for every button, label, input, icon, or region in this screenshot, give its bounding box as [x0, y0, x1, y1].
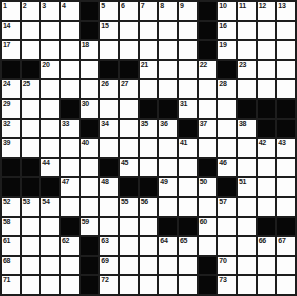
clue-number-50: 50: [200, 178, 207, 186]
cell-r4c15[interactable]: [277, 61, 295, 79]
cell-r12c6[interactable]: [100, 218, 118, 236]
cell-r3c3[interactable]: [41, 41, 59, 59]
clue-number-29: 29: [3, 100, 10, 108]
clue-number-44: 44: [42, 159, 49, 167]
clue-number-4: 4: [62, 2, 66, 10]
cell-r12c3[interactable]: [41, 218, 59, 236]
clue-number-59: 59: [82, 218, 89, 226]
cell-r15c7[interactable]: [120, 276, 138, 294]
cell-r8c9[interactable]: [159, 139, 177, 157]
cell-r14c13[interactable]: [238, 257, 256, 275]
cell-r6c1[interactable]: 29: [2, 100, 20, 118]
cell-r8c2[interactable]: [22, 139, 40, 157]
cell-r5c5[interactable]: [81, 80, 99, 98]
cell-r9c9[interactable]: [159, 159, 177, 177]
clue-number-47: 47: [62, 178, 69, 186]
black-cell-r7c15: [277, 120, 295, 138]
clue-number-46: 46: [219, 159, 226, 167]
cell-r12c8[interactable]: [140, 218, 158, 236]
cell-r8c13[interactable]: [238, 139, 256, 157]
black-cell-r9c2: [22, 159, 40, 177]
cell-r4c14[interactable]: [258, 61, 276, 79]
cell-r3c5[interactable]: 18: [81, 41, 99, 59]
cell-r7c11[interactable]: 37: [199, 120, 217, 138]
clue-number-67: 67: [278, 237, 285, 245]
black-cell-r6c14: [258, 100, 276, 118]
cell-r10c13[interactable]: 51: [238, 178, 256, 196]
cell-r7c9[interactable]: 36: [159, 120, 177, 138]
clue-number-8: 8: [160, 2, 164, 10]
cell-r12c7[interactable]: [120, 218, 138, 236]
cell-r2c1[interactable]: 14: [2, 22, 20, 40]
black-cell-r12c14: [258, 218, 276, 236]
cell-r4c13[interactable]: 23: [238, 61, 256, 79]
cell-r7c4[interactable]: 33: [61, 120, 79, 138]
cell-r13c2[interactable]: [22, 237, 40, 255]
cell-r2c15[interactable]: [277, 22, 295, 40]
clue-number-56: 56: [141, 198, 148, 206]
cell-r4c8[interactable]: 21: [140, 61, 158, 79]
black-cell-r6c8: [140, 100, 158, 118]
cell-r9c10[interactable]: [179, 159, 197, 177]
cell-r14c14[interactable]: [258, 257, 276, 275]
clue-number-73: 73: [219, 276, 226, 284]
clue-number-66: 66: [259, 237, 266, 245]
cell-r6c12[interactable]: [218, 100, 236, 118]
cell-r7c8[interactable]: 35: [140, 120, 158, 138]
cell-r11c5[interactable]: [81, 198, 99, 216]
clue-number-60: 60: [200, 218, 207, 226]
cell-r1c8[interactable]: 7: [140, 2, 158, 20]
cell-r2c12[interactable]: 16: [218, 22, 236, 40]
cell-r7c7[interactable]: [120, 120, 138, 138]
cell-r13c7[interactable]: [120, 237, 138, 255]
cell-r3c12[interactable]: 19: [218, 41, 236, 59]
cell-r15c8[interactable]: [140, 276, 158, 294]
black-cell-r6c13: [238, 100, 256, 118]
clue-number-68: 68: [3, 257, 10, 265]
clue-number-63: 63: [101, 237, 108, 245]
cell-r9c5[interactable]: [81, 159, 99, 177]
cell-r14c1[interactable]: 68: [2, 257, 20, 275]
cell-r4c10[interactable]: [179, 61, 197, 79]
black-cell-r4c7: [120, 61, 138, 79]
cell-r8c10[interactable]: 41: [179, 139, 197, 157]
cell-r5c1[interactable]: 24: [2, 80, 20, 98]
cell-r11c11[interactable]: [199, 198, 217, 216]
cell-r11c4[interactable]: [61, 198, 79, 216]
clue-number-14: 14: [3, 22, 10, 30]
cell-r3c4[interactable]: [61, 41, 79, 59]
cell-r6c3[interactable]: [41, 100, 59, 118]
cell-r2c14[interactable]: [258, 22, 276, 40]
black-cell-r10c8: [140, 178, 158, 196]
clue-number-20: 20: [42, 61, 49, 69]
cell-r3c13[interactable]: [238, 41, 256, 59]
cell-r13c10[interactable]: 65: [179, 237, 197, 255]
clue-number-64: 64: [160, 237, 167, 245]
cell-r14c4[interactable]: [61, 257, 79, 275]
cell-r9c8[interactable]: [140, 159, 158, 177]
cell-r8c6[interactable]: [100, 139, 118, 157]
cell-r8c14[interactable]: 42: [258, 139, 276, 157]
black-cell-r14c5: [81, 257, 99, 275]
cell-r11c9[interactable]: [159, 198, 177, 216]
cell-r10c4[interactable]: 47: [61, 178, 79, 196]
cell-r5c4[interactable]: [61, 80, 79, 98]
clue-number-12: 12: [259, 2, 266, 10]
clue-number-21: 21: [141, 61, 148, 69]
clue-number-15: 15: [101, 22, 108, 30]
cell-r12c13[interactable]: [238, 218, 256, 236]
cell-r7c12[interactable]: [218, 120, 236, 138]
black-cell-r12c15: [277, 218, 295, 236]
cell-r2c3[interactable]: [41, 22, 59, 40]
cell-r13c13[interactable]: [238, 237, 256, 255]
cell-r13c11[interactable]: [199, 237, 217, 255]
cell-r10c15[interactable]: [277, 178, 295, 196]
black-cell-r12c10: [179, 218, 197, 236]
cell-r10c6[interactable]: 48: [100, 178, 118, 196]
cell-r7c13[interactable]: 38: [238, 120, 256, 138]
clue-number-36: 36: [160, 120, 167, 128]
cell-r6c7[interactable]: [120, 100, 138, 118]
cell-r12c12[interactable]: [218, 218, 236, 236]
cell-r3c8[interactable]: [140, 41, 158, 59]
cell-r14c6[interactable]: 69: [100, 257, 118, 275]
cell-r5c11[interactable]: [199, 80, 217, 98]
cell-r8c15[interactable]: 43: [277, 139, 295, 157]
clue-number-19: 19: [219, 41, 226, 49]
cell-r5c7[interactable]: 27: [120, 80, 138, 98]
cell-r8c11[interactable]: [199, 139, 217, 157]
cell-r2c8[interactable]: [140, 22, 158, 40]
black-cell-r15c11: [199, 276, 217, 294]
cell-r15c15[interactable]: [277, 276, 295, 294]
cell-r11c7[interactable]: 55: [120, 198, 138, 216]
black-cell-r4c2: [22, 61, 40, 79]
cell-r8c5[interactable]: 40: [81, 139, 99, 157]
clue-number-71: 71: [3, 276, 10, 284]
black-cell-r10c1: [2, 178, 20, 196]
cell-r3c15[interactable]: [277, 41, 295, 59]
cell-r2c2[interactable]: [22, 22, 40, 40]
clue-number-39: 39: [3, 139, 10, 147]
cell-r1c3[interactable]: 3: [41, 2, 59, 20]
clue-number-11: 11: [239, 2, 246, 10]
clue-number-37: 37: [200, 120, 207, 128]
cell-r11c13[interactable]: [238, 198, 256, 216]
clue-number-24: 24: [3, 80, 10, 88]
clue-number-41: 41: [180, 139, 187, 147]
cell-r1c1[interactable]: 1: [2, 2, 20, 20]
cell-r11c15[interactable]: [277, 198, 295, 216]
black-cell-r2c11: [199, 22, 217, 40]
clue-number-2: 2: [23, 2, 27, 10]
clue-number-30: 30: [82, 100, 89, 108]
clue-number-16: 16: [219, 22, 226, 30]
cell-r15c9[interactable]: [159, 276, 177, 294]
cell-r1c7[interactable]: 6: [120, 2, 138, 20]
clue-number-28: 28: [219, 80, 226, 88]
cell-r14c7[interactable]: [120, 257, 138, 275]
clue-number-62: 62: [62, 237, 69, 245]
clue-number-43: 43: [278, 139, 285, 147]
black-cell-r10c3: [41, 178, 59, 196]
cell-r9c14[interactable]: [258, 159, 276, 177]
cell-r14c15[interactable]: [277, 257, 295, 275]
clue-number-9: 9: [180, 2, 184, 10]
clue-number-31: 31: [180, 100, 187, 108]
black-cell-r4c12: [218, 61, 236, 79]
cell-r14c10[interactable]: [179, 257, 197, 275]
cell-r15c3[interactable]: [41, 276, 59, 294]
cell-r8c1[interactable]: 39: [2, 139, 20, 157]
clue-number-6: 6: [121, 2, 125, 10]
cell-r10c14[interactable]: [258, 178, 276, 196]
cell-r5c2[interactable]: 25: [22, 80, 40, 98]
black-cell-r10c12: [218, 178, 236, 196]
black-cell-r10c2: [22, 178, 40, 196]
cell-r12c2[interactable]: [22, 218, 40, 236]
cell-r1c12[interactable]: 10: [218, 2, 236, 20]
cell-r1c14[interactable]: 12: [258, 2, 276, 20]
cell-r13c9[interactable]: 64: [159, 237, 177, 255]
cell-r3c1[interactable]: 17: [2, 41, 20, 59]
cell-r15c14[interactable]: [258, 276, 276, 294]
clue-number-3: 3: [42, 2, 46, 10]
cell-r7c2[interactable]: [22, 120, 40, 138]
black-cell-r9c6: [100, 159, 118, 177]
clue-number-65: 65: [180, 237, 187, 245]
cell-r1c4[interactable]: 4: [61, 2, 79, 20]
cell-r3c9[interactable]: [159, 41, 177, 59]
clue-number-33: 33: [62, 120, 69, 128]
cell-r6c5[interactable]: 30: [81, 100, 99, 118]
cell-r14c9[interactable]: [159, 257, 177, 275]
clue-number-10: 10: [219, 2, 226, 10]
black-cell-r6c4: [61, 100, 79, 118]
clue-number-40: 40: [82, 139, 89, 147]
cell-r13c4[interactable]: 62: [61, 237, 79, 255]
cell-r5c13[interactable]: [238, 80, 256, 98]
cell-r11c12[interactable]: 57: [218, 198, 236, 216]
clue-number-70: 70: [219, 257, 226, 265]
cell-r8c8[interactable]: [140, 139, 158, 157]
cell-r15c1[interactable]: 71: [2, 276, 20, 294]
cell-r13c12[interactable]: [218, 237, 236, 255]
clue-number-23: 23: [239, 61, 246, 69]
black-cell-r6c15: [277, 100, 295, 118]
black-cell-r7c10: [179, 120, 197, 138]
cell-r6c10[interactable]: 31: [179, 100, 197, 118]
cell-r3c10[interactable]: [179, 41, 197, 59]
cell-r10c9[interactable]: 49: [159, 178, 177, 196]
cell-r13c15[interactable]: 67: [277, 237, 295, 255]
clue-number-1: 1: [3, 2, 7, 10]
cell-r11c8[interactable]: 56: [140, 198, 158, 216]
cell-r5c12[interactable]: 28: [218, 80, 236, 98]
cell-r10c11[interactable]: 50: [199, 178, 217, 196]
clue-number-17: 17: [3, 41, 10, 49]
black-cell-r7c5: [81, 120, 99, 138]
cell-r11c3[interactable]: 54: [41, 198, 59, 216]
clue-number-61: 61: [3, 237, 10, 245]
cell-r5c6[interactable]: 26: [100, 80, 118, 98]
cell-r13c3[interactable]: [41, 237, 59, 255]
clue-number-49: 49: [160, 178, 167, 186]
cell-r14c2[interactable]: [22, 257, 40, 275]
clue-number-58: 58: [3, 218, 10, 226]
black-cell-r4c1: [2, 61, 20, 79]
cell-r6c2[interactable]: [22, 100, 40, 118]
cell-r7c1[interactable]: 32: [2, 120, 20, 138]
cell-r3c14[interactable]: [258, 41, 276, 59]
black-cell-r14c11: [199, 257, 217, 275]
cell-r3c2[interactable]: [22, 41, 40, 59]
cell-r8c4[interactable]: [61, 139, 79, 157]
cell-r1c13[interactable]: 11: [238, 2, 256, 20]
cell-r2c10[interactable]: [179, 22, 197, 40]
cell-r10c10[interactable]: [179, 178, 197, 196]
cell-r1c9[interactable]: 8: [159, 2, 177, 20]
cell-r1c6[interactable]: 5: [100, 2, 118, 20]
cell-r4c5[interactable]: [81, 61, 99, 79]
cell-r15c10[interactable]: [179, 276, 197, 294]
cell-r4c11[interactable]: 22: [199, 61, 217, 79]
cell-r5c8[interactable]: [140, 80, 158, 98]
cell-r7c3[interactable]: [41, 120, 59, 138]
cell-r11c14[interactable]: [258, 198, 276, 216]
cell-r2c6[interactable]: 15: [100, 22, 118, 40]
black-cell-r6c9: [159, 100, 177, 118]
cell-r15c12[interactable]: 73: [218, 276, 236, 294]
clue-number-72: 72: [101, 276, 108, 284]
black-cell-r15c5: [81, 276, 99, 294]
clue-number-34: 34: [101, 120, 108, 128]
cell-r12c11[interactable]: 60: [199, 218, 217, 236]
cell-r5c10[interactable]: [179, 80, 197, 98]
cell-r12c1[interactable]: 58: [2, 218, 20, 236]
cell-r14c12[interactable]: 70: [218, 257, 236, 275]
crossword-puzzle: 1234567891011121314151617181920212223242…: [0, 0, 297, 296]
black-cell-r2c5: [81, 22, 99, 40]
black-cell-r12c9: [159, 218, 177, 236]
cell-r9c7[interactable]: 45: [120, 159, 138, 177]
cell-r9c13[interactable]: [238, 159, 256, 177]
cell-r4c4[interactable]: [61, 61, 79, 79]
clue-number-38: 38: [239, 120, 246, 128]
cell-r11c6[interactable]: [100, 198, 118, 216]
cell-r4c3[interactable]: 20: [41, 61, 59, 79]
cell-r15c13[interactable]: [238, 276, 256, 294]
clue-number-25: 25: [23, 80, 30, 88]
clue-number-52: 52: [3, 198, 10, 206]
black-cell-r12c4: [61, 218, 79, 236]
cell-r11c2[interactable]: 53: [22, 198, 40, 216]
black-cell-r1c11: [199, 2, 217, 20]
cell-r9c3[interactable]: 44: [41, 159, 59, 177]
cell-r1c15[interactable]: 13: [277, 2, 295, 20]
cell-r5c14[interactable]: [258, 80, 276, 98]
clue-number-51: 51: [239, 178, 246, 186]
cell-r5c9[interactable]: [159, 80, 177, 98]
clue-number-69: 69: [101, 257, 108, 265]
black-cell-r3c11: [199, 41, 217, 59]
cell-r6c11[interactable]: [199, 100, 217, 118]
clue-number-18: 18: [82, 41, 89, 49]
black-cell-r4c6: [100, 61, 118, 79]
black-cell-r7c14: [258, 120, 276, 138]
cell-r7c6[interactable]: 34: [100, 120, 118, 138]
cell-r2c9[interactable]: [159, 22, 177, 40]
crossword-grid: 1234567891011121314151617181920212223242…: [0, 0, 297, 296]
cell-r6c6[interactable]: [100, 100, 118, 118]
black-cell-r9c11: [199, 159, 217, 177]
cell-r13c8[interactable]: [140, 237, 158, 255]
cell-r12c5[interactable]: 59: [81, 218, 99, 236]
cell-r2c13[interactable]: [238, 22, 256, 40]
cell-r5c15[interactable]: [277, 80, 295, 98]
cell-r13c1[interactable]: 61: [2, 237, 20, 255]
cell-r4c9[interactable]: [159, 61, 177, 79]
clue-number-42: 42: [259, 139, 266, 147]
clue-number-53: 53: [23, 198, 30, 206]
cell-r14c8[interactable]: [140, 257, 158, 275]
clue-number-13: 13: [278, 2, 285, 10]
cell-r10c5[interactable]: [81, 178, 99, 196]
cell-r11c1[interactable]: 52: [2, 198, 20, 216]
cell-r3c7[interactable]: [120, 41, 138, 59]
cell-r9c4[interactable]: [61, 159, 79, 177]
cell-r5c3[interactable]: [41, 80, 59, 98]
clue-number-55: 55: [121, 198, 128, 206]
black-cell-r13c5: [81, 237, 99, 255]
cell-r2c7[interactable]: [120, 22, 138, 40]
clue-number-48: 48: [101, 178, 108, 186]
clue-number-5: 5: [101, 2, 105, 10]
cell-r1c10[interactable]: 9: [179, 2, 197, 20]
cell-r8c3[interactable]: [41, 139, 59, 157]
cell-r2c4[interactable]: [61, 22, 79, 40]
cell-r8c12[interactable]: [218, 139, 236, 157]
clue-number-27: 27: [121, 80, 128, 88]
cell-r14c3[interactable]: [41, 257, 59, 275]
clue-number-32: 32: [3, 120, 10, 128]
clue-number-45: 45: [121, 159, 128, 167]
cell-r15c2[interactable]: [22, 276, 40, 294]
cell-r1c2[interactable]: 2: [22, 2, 40, 20]
clue-number-26: 26: [101, 80, 108, 88]
clue-number-22: 22: [200, 61, 207, 69]
black-cell-r9c1: [2, 159, 20, 177]
clue-number-35: 35: [141, 120, 148, 128]
black-cell-r1c5: [81, 2, 99, 20]
cell-r11c10[interactable]: [179, 198, 197, 216]
cell-r15c6[interactable]: 72: [100, 276, 118, 294]
cell-r15c4[interactable]: [61, 276, 79, 294]
black-cell-r10c7: [120, 178, 138, 196]
cell-r9c12[interactable]: 46: [218, 159, 236, 177]
cell-r13c14[interactable]: 66: [258, 237, 276, 255]
clue-number-54: 54: [42, 198, 49, 206]
cell-r9c15[interactable]: [277, 159, 295, 177]
clue-number-57: 57: [219, 198, 226, 206]
cell-r8c7[interactable]: [120, 139, 138, 157]
clue-number-7: 7: [141, 2, 145, 10]
cell-r3c6[interactable]: [100, 41, 118, 59]
cell-r13c6[interactable]: 63: [100, 237, 118, 255]
